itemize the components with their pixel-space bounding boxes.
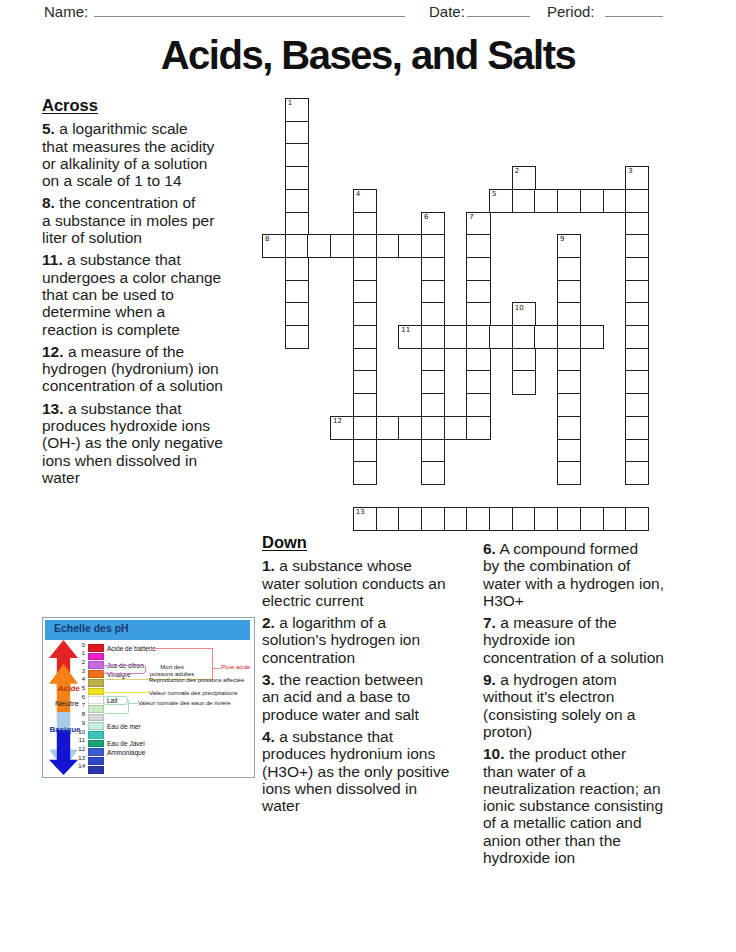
ph-number: 9: [71, 720, 85, 727]
grid-cell[interactable]: [353, 348, 377, 372]
clue-number: 6: [424, 214, 428, 222]
annotation-fish-death: Mort des poissons adultes: [141, 664, 203, 677]
across-clue-8: 8. the concentration ofa substance in mo…: [42, 194, 266, 246]
grid-cell[interactable]: [580, 325, 604, 349]
grid-cell[interactable]: [376, 416, 400, 440]
annotation-river: Valeur normale des eaux de rivière: [138, 700, 231, 707]
acid-rain-branch-line: [212, 668, 220, 669]
clue-number: 5: [492, 191, 496, 199]
ph-square: [88, 670, 104, 678]
grid-cell[interactable]: [557, 507, 581, 531]
grid-cell[interactable]: [466, 234, 490, 258]
ph-number: 6: [71, 694, 85, 701]
down-heading: Down: [262, 534, 486, 551]
grid-cell[interactable]: [398, 507, 422, 531]
ph-figure-title: Echelle des pH: [54, 622, 129, 634]
grid-cell[interactable]: [512, 507, 536, 531]
down-clue-1: 1. a substance whosewater solution condu…: [262, 557, 486, 609]
grid-cell[interactable]: [466, 348, 490, 372]
ph-square: [88, 740, 104, 748]
ph-square: [88, 705, 104, 713]
ph-number: 12: [71, 746, 85, 753]
name-field-label: Name:: [44, 3, 88, 20]
grid-cell[interactable]: [376, 234, 400, 258]
grid-cell[interactable]: [625, 461, 649, 485]
grid-cell[interactable]: [557, 370, 581, 394]
grid-cell[interactable]: [557, 189, 581, 213]
grid-cell[interactable]: [466, 507, 490, 531]
grid-cell[interactable]: [285, 189, 309, 213]
ph-number: 10: [71, 729, 85, 736]
grid-cell[interactable]: [421, 302, 445, 326]
across-clue-13: 13. a substance thatproduces hydroxide i…: [42, 400, 266, 486]
period-field-label: Period:: [547, 3, 595, 20]
ph-number: 5: [71, 685, 85, 692]
river-stub-line: [128, 703, 138, 704]
grid-cell[interactable]: [466, 280, 490, 304]
down-clue-3: 3. the reaction betweenan acid and a bas…: [262, 671, 486, 723]
grid-cell[interactable]: [285, 234, 309, 258]
grid-cell[interactable]: [603, 189, 627, 213]
grid-cell[interactable]: [444, 507, 468, 531]
grid-cell[interactable]: [625, 416, 649, 440]
clue-number: 3: [628, 168, 632, 176]
grid-cell[interactable]: [353, 212, 377, 236]
grid-cell[interactable]: [285, 166, 309, 190]
ph-number: 8: [71, 711, 85, 718]
ph-number: 7: [71, 702, 85, 709]
grid-cell[interactable]: [466, 257, 490, 281]
down-clue-4: 4. a substance thatproduces hydronium io…: [262, 728, 486, 814]
acid-rain-bracket-top-line: [151, 648, 212, 649]
grid-cell[interactable]: [625, 189, 649, 213]
ph-number: 14: [71, 763, 85, 770]
grid-cell[interactable]: [353, 325, 377, 349]
grid-cell[interactable]: [557, 325, 581, 349]
grid-cell[interactable]: [580, 189, 604, 213]
grid-cell[interactable]: [466, 370, 490, 394]
ph-label: Eau de Javel: [107, 740, 145, 747]
ph-square: [88, 731, 104, 739]
ph-square: [88, 679, 104, 687]
grid-cell[interactable]: [489, 507, 513, 531]
grid-cell[interactable]: [625, 439, 649, 463]
clue-number: 10: [515, 305, 524, 313]
grid-cell[interactable]: [557, 348, 581, 372]
clue-number: 12: [333, 418, 342, 426]
grid-cell[interactable]: [625, 325, 649, 349]
across-clue-11: 11. a substance thatundergoes a color ch…: [42, 251, 266, 337]
down-clue-2: 2. a logarithm of asolution's hydrogen i…: [262, 614, 486, 666]
clue-number: 9: [560, 236, 564, 244]
clue-number: 4: [356, 191, 360, 199]
grid-cell[interactable]: [398, 234, 422, 258]
grid-cell[interactable]: [625, 234, 649, 258]
grid-cell[interactable]: [376, 507, 400, 531]
down-section-right: 6. A compound formedby the combination o…: [483, 540, 733, 871]
ph-number: 3: [71, 668, 85, 675]
down-clue-7: 7. a measure of thehydroxide ionconcentr…: [483, 614, 733, 666]
grid-cell[interactable]: [353, 461, 377, 485]
grid-cell[interactable]: [421, 325, 445, 349]
down-clue-list-right: 6. A compound formedby the combination o…: [483, 540, 733, 866]
acid-rain-bracket-side-line: [212, 648, 213, 680]
across-clue-12: 12. a measure of thehydrogen (hydronium)…: [42, 343, 266, 395]
grid-cell[interactable]: [353, 234, 377, 258]
down-clue-9: 9. a hydrogen atomwithout it's electron(…: [483, 671, 733, 740]
grid-cell[interactable]: [353, 416, 377, 440]
clue-number: 2: [515, 168, 519, 176]
grid-cell[interactable]: [421, 370, 445, 394]
grid-cell[interactable]: [557, 280, 581, 304]
date-blank[interactable]: [467, 16, 530, 17]
grid-cell[interactable]: [285, 143, 309, 167]
grid-cell[interactable]: [466, 416, 490, 440]
grid-cell[interactable]: [353, 302, 377, 326]
grid-cell[interactable]: [285, 325, 309, 349]
crossword-grid: 12345678910111213: [262, 98, 650, 531]
river-bottom-line: [105, 713, 128, 714]
grid-cell[interactable]: [285, 257, 309, 281]
across-heading: Across: [42, 97, 266, 114]
grid-cell[interactable]: [285, 121, 309, 145]
date-field-label: Date:: [429, 3, 465, 20]
grid-cell[interactable]: [421, 439, 445, 463]
annotation-acid-rain: Pluie acide: [221, 664, 250, 671]
grid-cell[interactable]: [421, 416, 445, 440]
grid-cell[interactable]: [512, 370, 536, 394]
down-clue-10: 10. the product otherthan water of aneut…: [483, 745, 733, 866]
grid-cell[interactable]: [512, 189, 536, 213]
annotation-precipitation: Valeur normale des précipitations: [149, 690, 238, 697]
grid-cell[interactable]: [625, 370, 649, 394]
grid-cell[interactable]: [603, 507, 627, 531]
grid-cell[interactable]: [625, 393, 649, 417]
grid-cell[interactable]: [421, 257, 445, 281]
grid-cell[interactable]: [353, 439, 377, 463]
grid-cell[interactable]: [557, 461, 581, 485]
ph-square: [88, 757, 104, 765]
grid-cell[interactable]: [625, 348, 649, 372]
grid-cell[interactable]: [534, 325, 558, 349]
down-clue-list-left: 1. a substance whosewater solution condu…: [262, 557, 486, 814]
clue-number: 13: [356, 509, 365, 517]
annotation-reproduction: Reproduction des poissons affectée: [149, 677, 244, 684]
ph-square: [88, 748, 104, 756]
grid-cell[interactable]: [353, 280, 377, 304]
grid-cell[interactable]: [307, 234, 331, 258]
ph-square: [88, 696, 104, 704]
ph-number: 1: [71, 650, 85, 657]
grid-cell[interactable]: [512, 348, 536, 372]
grid-cell[interactable]: [285, 280, 309, 304]
annotation-fish-death-line2: poissons adultes: [150, 671, 195, 677]
grid-cell[interactable]: [557, 439, 581, 463]
grid-cell[interactable]: [625, 507, 649, 531]
grid-cell[interactable]: [421, 280, 445, 304]
ph-number: 13: [71, 755, 85, 762]
ph-number: 2: [71, 659, 85, 666]
ph-label: Ammoniaque: [107, 749, 145, 756]
grid-cell[interactable]: [534, 189, 558, 213]
grid-cell[interactable]: [557, 416, 581, 440]
grid-cell[interactable]: [421, 461, 445, 485]
grid-cell[interactable]: [466, 393, 490, 417]
grid-cell[interactable]: [557, 393, 581, 417]
grid-cell[interactable]: [489, 325, 513, 349]
grid-cell[interactable]: [285, 302, 309, 326]
grid-cell[interactable]: [625, 302, 649, 326]
page-title: Acids, Bases, and Salts: [0, 33, 736, 78]
grid-cell[interactable]: [557, 302, 581, 326]
grid-cell[interactable]: [625, 212, 649, 236]
down-clue-6: 6. A compound formedby the combination o…: [483, 540, 733, 609]
precipitation-line: [105, 692, 149, 693]
across-section: Across 5. a logarithmic scalethat measur…: [42, 97, 266, 491]
grid-cell[interactable]: [466, 325, 490, 349]
grid-cell[interactable]: [398, 416, 422, 440]
clue-number: 8: [265, 236, 269, 244]
grid-cell[interactable]: [353, 370, 377, 394]
clue-number: 11: [401, 327, 410, 335]
annotation-fish-death-line1: Mort des: [160, 664, 183, 670]
milk-callout-box: [103, 696, 128, 705]
grid-cell[interactable]: [580, 507, 604, 531]
vinegar-callout-box: [103, 665, 146, 674]
ph-number: 11: [71, 737, 85, 744]
grid-cell[interactable]: [557, 257, 581, 281]
name-blank[interactable]: [94, 16, 405, 17]
ph-square: [88, 661, 104, 669]
worksheet: { "game": "crossword (blank worksheet)",…: [0, 0, 736, 952]
grid-cell[interactable]: [330, 234, 354, 258]
grid-cell[interactable]: [466, 302, 490, 326]
grid-cell[interactable]: [421, 234, 445, 258]
ph-square: [88, 766, 104, 774]
grid-cell[interactable]: [534, 507, 558, 531]
clue-number: 1: [288, 100, 292, 108]
period-blank[interactable]: [605, 16, 663, 17]
grid-cell[interactable]: [625, 280, 649, 304]
grid-cell[interactable]: [625, 257, 649, 281]
clue-number: 7: [469, 214, 473, 222]
grid-cell[interactable]: [285, 212, 309, 236]
ph-square: [88, 714, 104, 722]
ph-square: [88, 722, 104, 730]
grid-cell[interactable]: [421, 393, 445, 417]
ph-number: 0: [71, 642, 85, 649]
ph-square: [88, 644, 104, 652]
across-clue-5: 5. a logarithmic scalethat measures the …: [42, 120, 266, 189]
grid-cell[interactable]: [512, 325, 536, 349]
river-bracket-line: [128, 700, 129, 713]
grid-cell[interactable]: [444, 325, 468, 349]
ph-label: Acide de batterie: [107, 645, 156, 652]
grid-cell[interactable]: [421, 507, 445, 531]
ph-number: 4: [71, 676, 85, 683]
grid-cell[interactable]: [421, 348, 445, 372]
down-section: Down 1. a substance whosewater solution …: [262, 534, 486, 819]
ph-scale-figure: Echelle des pH Acide Neutre Basique 0Aci…: [42, 617, 255, 778]
ph-square: [88, 653, 104, 661]
grid-cell[interactable]: [353, 393, 377, 417]
grid-cell[interactable]: [353, 257, 377, 281]
ph-label: Eau de mer: [107, 723, 141, 730]
grid-cell[interactable]: [444, 416, 468, 440]
ph-square: [88, 688, 104, 696]
across-clue-list: 5. a logarithmic scalethat measures the …: [42, 120, 266, 486]
